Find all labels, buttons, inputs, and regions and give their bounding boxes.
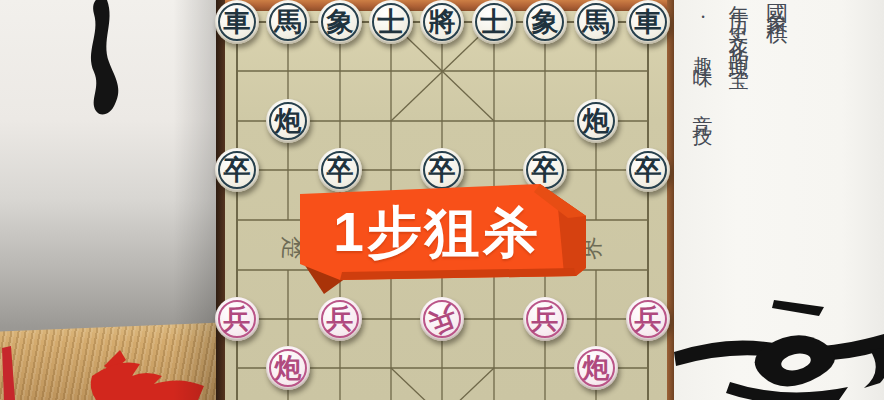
puzzle-banner: 1步狙杀 — [296, 182, 588, 298]
piece-red-兵[interactable]: 兵 — [318, 297, 362, 341]
right-background-panel: 國象棋 年历史文化的瑰宝 ·趣味·竞技 — [674, 0, 884, 400]
piece-character: 卒 — [224, 157, 251, 184]
piece-character: 兵 — [635, 306, 662, 333]
banner-title: 1步狙杀 — [296, 196, 578, 270]
piece-black-將[interactable]: 將 — [420, 0, 464, 44]
piece-character: 卒 — [429, 157, 456, 184]
piece-black-炮[interactable]: 炮 — [266, 99, 310, 143]
piece-red-兵[interactable]: 兵 — [523, 297, 567, 341]
piece-character: 車 — [224, 9, 251, 36]
puzzle-cover: 楚河漢界 車馬象士將士象馬車炮炮卒卒卒卒卒兵兵兵兵兵炮炮 1步狙杀 國象棋 年历… — [0, 0, 884, 400]
piece-character: 兵 — [532, 306, 559, 333]
piece-red-炮[interactable]: 炮 — [574, 346, 618, 390]
piece-black-卒[interactable]: 卒 — [626, 148, 670, 192]
piece-black-馬[interactable]: 馬 — [266, 0, 310, 44]
piece-character: 炮 — [275, 108, 302, 135]
piece-black-象[interactable]: 象 — [523, 0, 567, 44]
piece-character: 士 — [378, 9, 405, 36]
piece-black-炮[interactable]: 炮 — [574, 99, 618, 143]
piece-black-士[interactable]: 士 — [369, 0, 413, 44]
vertical-tagline-fun: ·趣味·竞技 — [690, 6, 717, 122]
piece-black-象[interactable]: 象 — [318, 0, 362, 44]
vertical-tagline-history: 年历史文化的瑰宝 — [726, 0, 753, 62]
piece-character: 炮 — [275, 355, 302, 382]
piece-character: 馬 — [583, 9, 610, 36]
piece-black-士[interactable]: 士 — [472, 0, 516, 44]
piece-red-兵[interactable]: 兵 — [215, 297, 259, 341]
piece-character: 馬 — [275, 9, 302, 36]
piece-red-兵[interactable]: 兵 — [626, 297, 670, 341]
piece-character: 卒 — [635, 157, 662, 184]
piece-red-兵[interactable]: 兵 — [420, 297, 464, 341]
piece-character: 象 — [532, 9, 559, 36]
cursive-calligraphy-art — [674, 290, 884, 400]
piece-character: 士 — [481, 9, 508, 36]
piece-character: 兵 — [327, 306, 354, 333]
vertical-tagline-brand: 國象棋 — [762, 0, 792, 13]
piece-character: 卒 — [327, 157, 354, 184]
piece-black-車[interactable]: 車 — [626, 0, 670, 44]
piece-black-車[interactable]: 車 — [215, 0, 259, 44]
piece-character: 車 — [635, 9, 662, 36]
piece-character: 兵 — [224, 306, 251, 333]
ink-brush-stroke — [55, 0, 175, 130]
left-background-panel — [0, 0, 222, 400]
piece-character: 炮 — [583, 355, 610, 382]
piece-character: 象 — [327, 9, 354, 36]
piece-character: 炮 — [583, 108, 610, 135]
piece-character: 卒 — [532, 157, 559, 184]
piece-red-炮[interactable]: 炮 — [266, 346, 310, 390]
wooden-table — [0, 310, 222, 400]
red-calligraphy-partial — [0, 330, 230, 400]
piece-character: 將 — [429, 9, 456, 36]
piece-black-馬[interactable]: 馬 — [574, 0, 618, 44]
piece-black-卒[interactable]: 卒 — [215, 148, 259, 192]
